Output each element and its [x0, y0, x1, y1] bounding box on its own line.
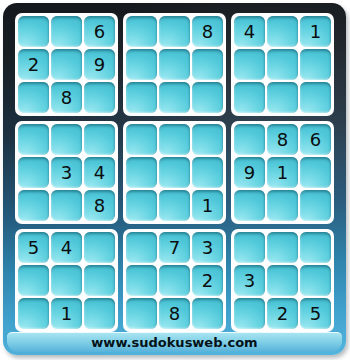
cell-r6c1[interactable] — [18, 190, 49, 221]
cell-r9c4[interactable] — [126, 298, 157, 329]
cell-r4c6[interactable] — [192, 124, 223, 155]
cell-r5c8[interactable]: 1 — [267, 157, 298, 188]
cell-r6c7[interactable] — [234, 190, 265, 221]
box-3-1: 541 — [15, 229, 118, 332]
cell-r3c2[interactable]: 8 — [51, 82, 82, 113]
cell-r3c8[interactable] — [267, 82, 298, 113]
cell-r2c3[interactable]: 9 — [84, 49, 115, 80]
cell-r9c5[interactable]: 8 — [159, 298, 190, 329]
cell-r6c8[interactable] — [267, 190, 298, 221]
cell-r7c7[interactable] — [234, 232, 265, 263]
cell-r9c1[interactable] — [18, 298, 49, 329]
cell-r4c8[interactable]: 8 — [267, 124, 298, 155]
cell-r2c7[interactable] — [234, 49, 265, 80]
cell-r9c7[interactable] — [234, 298, 265, 329]
cell-r4c9[interactable]: 6 — [300, 124, 331, 155]
cell-r1c4[interactable] — [126, 16, 157, 47]
cell-r1c3[interactable]: 6 — [84, 16, 115, 47]
cell-r9c3[interactable] — [84, 298, 115, 329]
cell-r6c5[interactable] — [159, 190, 190, 221]
cell-r9c6[interactable] — [192, 298, 223, 329]
footer-bar: www.sudokusweb.com — [7, 332, 342, 352]
cell-r2c4[interactable] — [126, 49, 157, 80]
sudoku-board-frame: 6298841348186915417328325 www.sudokusweb… — [3, 3, 346, 355]
cell-r4c2[interactable] — [51, 124, 82, 155]
cell-r2c2[interactable] — [51, 49, 82, 80]
cell-r3c3[interactable] — [84, 82, 115, 113]
cell-r5c1[interactable] — [18, 157, 49, 188]
cell-r1c2[interactable] — [51, 16, 82, 47]
cell-r7c6[interactable]: 3 — [192, 232, 223, 263]
cell-r4c3[interactable] — [84, 124, 115, 155]
box-1-2: 8 — [123, 13, 226, 116]
cell-r8c6[interactable]: 2 — [192, 265, 223, 296]
cell-r7c4[interactable] — [126, 232, 157, 263]
cell-r2c5[interactable] — [159, 49, 190, 80]
cell-r9c9[interactable]: 5 — [300, 298, 331, 329]
cell-r8c1[interactable] — [18, 265, 49, 296]
cell-r4c1[interactable] — [18, 124, 49, 155]
cell-r7c8[interactable] — [267, 232, 298, 263]
cell-r3c4[interactable] — [126, 82, 157, 113]
cell-r1c8[interactable] — [267, 16, 298, 47]
cell-r3c1[interactable] — [18, 82, 49, 113]
cell-r7c3[interactable] — [84, 232, 115, 263]
cell-r6c6[interactable]: 1 — [192, 190, 223, 221]
cell-r1c5[interactable] — [159, 16, 190, 47]
cell-r2c1[interactable]: 2 — [18, 49, 49, 80]
cell-r6c2[interactable] — [51, 190, 82, 221]
cell-r5c9[interactable] — [300, 157, 331, 188]
cell-r1c7[interactable]: 4 — [234, 16, 265, 47]
cell-r8c4[interactable] — [126, 265, 157, 296]
cell-r1c9[interactable]: 1 — [300, 16, 331, 47]
cell-r8c5[interactable] — [159, 265, 190, 296]
box-1-1: 6298 — [15, 13, 118, 116]
cell-r6c9[interactable] — [300, 190, 331, 221]
cell-r2c9[interactable] — [300, 49, 331, 80]
cell-r4c5[interactable] — [159, 124, 190, 155]
cell-r3c9[interactable] — [300, 82, 331, 113]
cell-r5c3[interactable]: 4 — [84, 157, 115, 188]
cell-r7c5[interactable]: 7 — [159, 232, 190, 263]
cell-r8c7[interactable]: 3 — [234, 265, 265, 296]
cell-r5c5[interactable] — [159, 157, 190, 188]
cell-r9c8[interactable]: 2 — [267, 298, 298, 329]
cell-r8c3[interactable] — [84, 265, 115, 296]
cell-r6c3[interactable]: 8 — [84, 190, 115, 221]
cell-r5c4[interactable] — [126, 157, 157, 188]
cell-r8c2[interactable] — [51, 265, 82, 296]
cell-r8c9[interactable] — [300, 265, 331, 296]
cell-r2c8[interactable] — [267, 49, 298, 80]
box-1-3: 41 — [231, 13, 334, 116]
cell-r7c9[interactable] — [300, 232, 331, 263]
cell-r3c7[interactable] — [234, 82, 265, 113]
box-3-3: 325 — [231, 229, 334, 332]
cell-r1c1[interactable] — [18, 16, 49, 47]
box-3-2: 7328 — [123, 229, 226, 332]
sudoku-grid: 6298841348186915417328325 — [15, 13, 334, 332]
cell-r5c7[interactable]: 9 — [234, 157, 265, 188]
cell-r7c1[interactable]: 5 — [18, 232, 49, 263]
website-url: www.sudokusweb.com — [91, 335, 257, 350]
cell-r5c2[interactable]: 3 — [51, 157, 82, 188]
cell-r2c6[interactable] — [192, 49, 223, 80]
box-2-3: 8691 — [231, 121, 334, 224]
cell-r7c2[interactable]: 4 — [51, 232, 82, 263]
cell-r4c7[interactable] — [234, 124, 265, 155]
box-2-1: 348 — [15, 121, 118, 224]
cell-r5c6[interactable] — [192, 157, 223, 188]
cell-r6c4[interactable] — [126, 190, 157, 221]
box-2-2: 1 — [123, 121, 226, 224]
cell-r3c6[interactable] — [192, 82, 223, 113]
cell-r8c8[interactable] — [267, 265, 298, 296]
cell-r3c5[interactable] — [159, 82, 190, 113]
cell-r1c6[interactable]: 8 — [192, 16, 223, 47]
cell-r4c4[interactable] — [126, 124, 157, 155]
cell-r9c2[interactable]: 1 — [51, 298, 82, 329]
